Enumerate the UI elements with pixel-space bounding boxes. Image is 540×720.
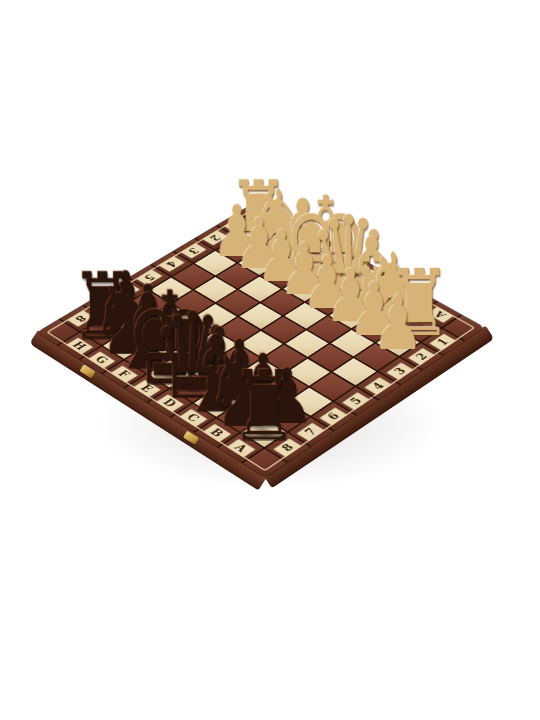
coordinate-plaque: 6: [319, 407, 348, 426]
coordinate-plaque: 1: [429, 333, 457, 351]
coordinate-plaque: A: [226, 438, 256, 457]
coordinate-plaque: 5: [342, 392, 371, 411]
coordinate-plaque: 2: [408, 347, 436, 365]
coordinate-plaque: 3: [386, 362, 415, 380]
coordinate-plaque: 3: [180, 243, 207, 259]
coordinate-plaque: 4: [364, 377, 393, 395]
coordinate-plaque: B: [202, 423, 232, 442]
coordinate-plaque: 7: [296, 422, 326, 441]
photo-stage: HGFEDCBA1♜♞♝♚♛♝♞♜12♟♟♟♟♟♟♟♟2334455667♟♟♟…: [0, 0, 540, 720]
coordinate-plaque: 8: [273, 438, 303, 458]
